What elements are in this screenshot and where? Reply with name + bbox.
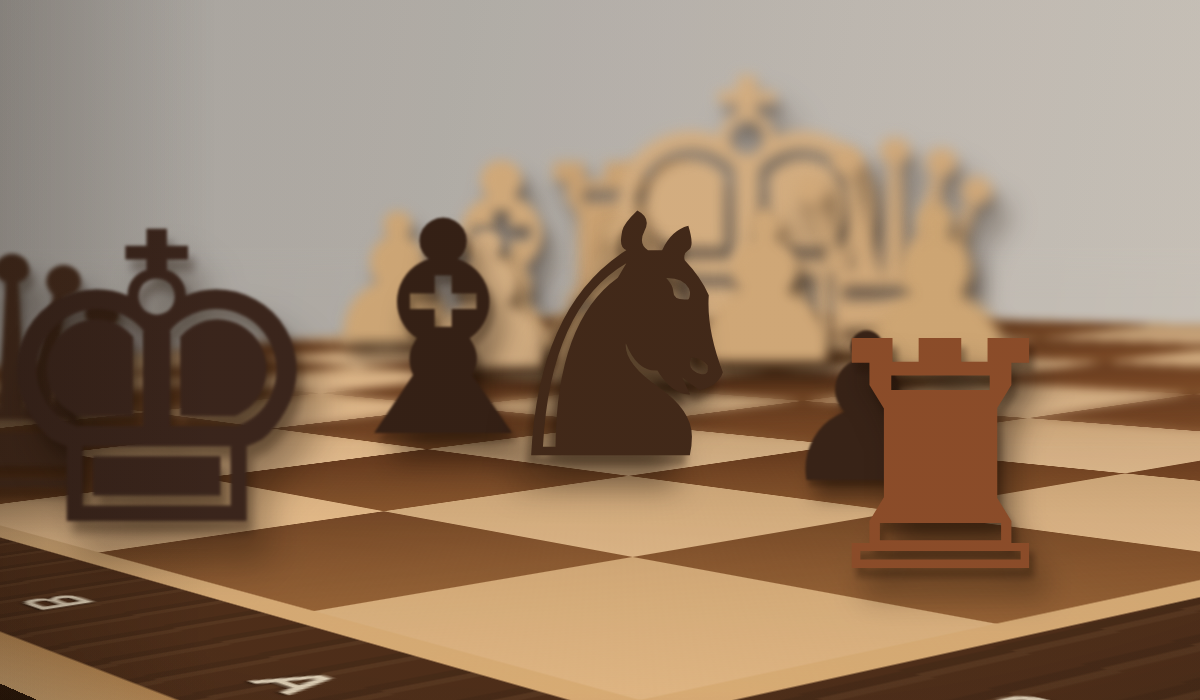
piece-black-king-c8: ♚ xyxy=(0,183,336,583)
piece-black-rook-a7: ♜ xyxy=(799,301,1081,616)
chess-photo-scene: ABCDEFGH87654321 ♛♚♝♞♟♜♟♟♝♜♟♟♟♚♛♟ xyxy=(0,0,1200,700)
piece-black-knight-c6: ♞ xyxy=(477,172,777,507)
pieces-layer: ♛♚♝♞♟♜♟♟♝♜♟♟♟♚♛♟ xyxy=(0,0,1200,700)
